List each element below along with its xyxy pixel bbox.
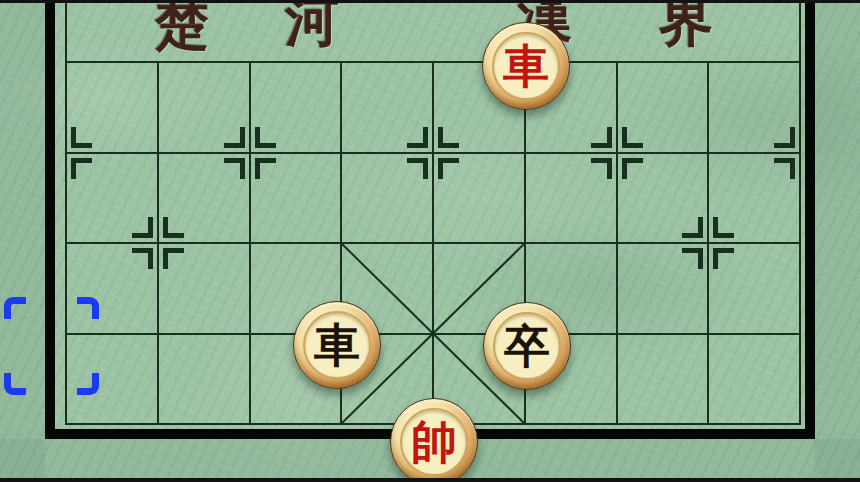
position-marker-quadrant (224, 158, 245, 179)
grid-line-vertical (65, 0, 67, 425)
position-marker-quadrant (255, 127, 276, 148)
piece-black-chariot[interactable]: 車 (293, 301, 381, 389)
position-marker-quadrant (591, 127, 612, 148)
position-marker-quadrant (407, 127, 428, 148)
grid-line-vertical (707, 62, 709, 425)
river-label: 界 (659, 0, 713, 48)
position-marker-quadrant (713, 248, 734, 269)
xiangqi-board-screen: 楚河漢界 車車卒帥 (0, 0, 860, 482)
piece-black-soldier[interactable]: 卒 (483, 302, 571, 390)
selection-cursor-corner-bl (4, 373, 26, 395)
position-marker-quadrant (224, 127, 245, 148)
selection-cursor-corner-tl (4, 297, 26, 319)
selection-cursor-corner-br (77, 373, 99, 395)
piece-glyph: 帥 (411, 419, 457, 465)
grid-line-vertical (616, 62, 618, 425)
position-marker-quadrant (438, 158, 459, 179)
position-marker-quadrant (163, 248, 184, 269)
grid-line-vertical (432, 62, 434, 425)
river-label: 楚 (155, 0, 209, 51)
position-marker-quadrant (774, 127, 795, 148)
left-margin (0, 0, 45, 482)
position-marker-quadrant (255, 158, 276, 179)
grid-line-vertical (157, 62, 159, 425)
position-marker-quadrant (774, 158, 795, 179)
piece-red-chariot[interactable]: 車 (482, 22, 570, 110)
board-frame-left (45, 0, 55, 439)
position-marker-quadrant (682, 217, 703, 238)
grid-line-vertical (799, 0, 801, 425)
piece-glyph: 車 (314, 322, 360, 368)
piece-glyph: 車 (503, 43, 549, 89)
position-marker-quadrant (71, 127, 92, 148)
position-marker-quadrant (163, 217, 184, 238)
position-marker-quadrant (591, 158, 612, 179)
position-marker-quadrant (132, 217, 153, 238)
position-marker-quadrant (713, 217, 734, 238)
selection-cursor-corner-tr (77, 297, 99, 319)
right-margin (815, 0, 860, 482)
position-marker-quadrant (682, 248, 703, 269)
window-bottom-edge (0, 478, 860, 482)
position-marker-quadrant (71, 158, 92, 179)
piece-glyph: 卒 (504, 323, 550, 369)
window-top-edge (0, 0, 860, 3)
position-marker-quadrant (622, 127, 643, 148)
piece-red-general[interactable]: 帥 (390, 398, 478, 482)
position-marker-quadrant (438, 127, 459, 148)
position-marker-quadrant (132, 248, 153, 269)
position-marker-quadrant (622, 158, 643, 179)
grid-line-vertical (249, 62, 251, 425)
board-frame-right (805, 0, 815, 439)
river-label: 河 (285, 0, 339, 48)
position-marker-quadrant (407, 158, 428, 179)
